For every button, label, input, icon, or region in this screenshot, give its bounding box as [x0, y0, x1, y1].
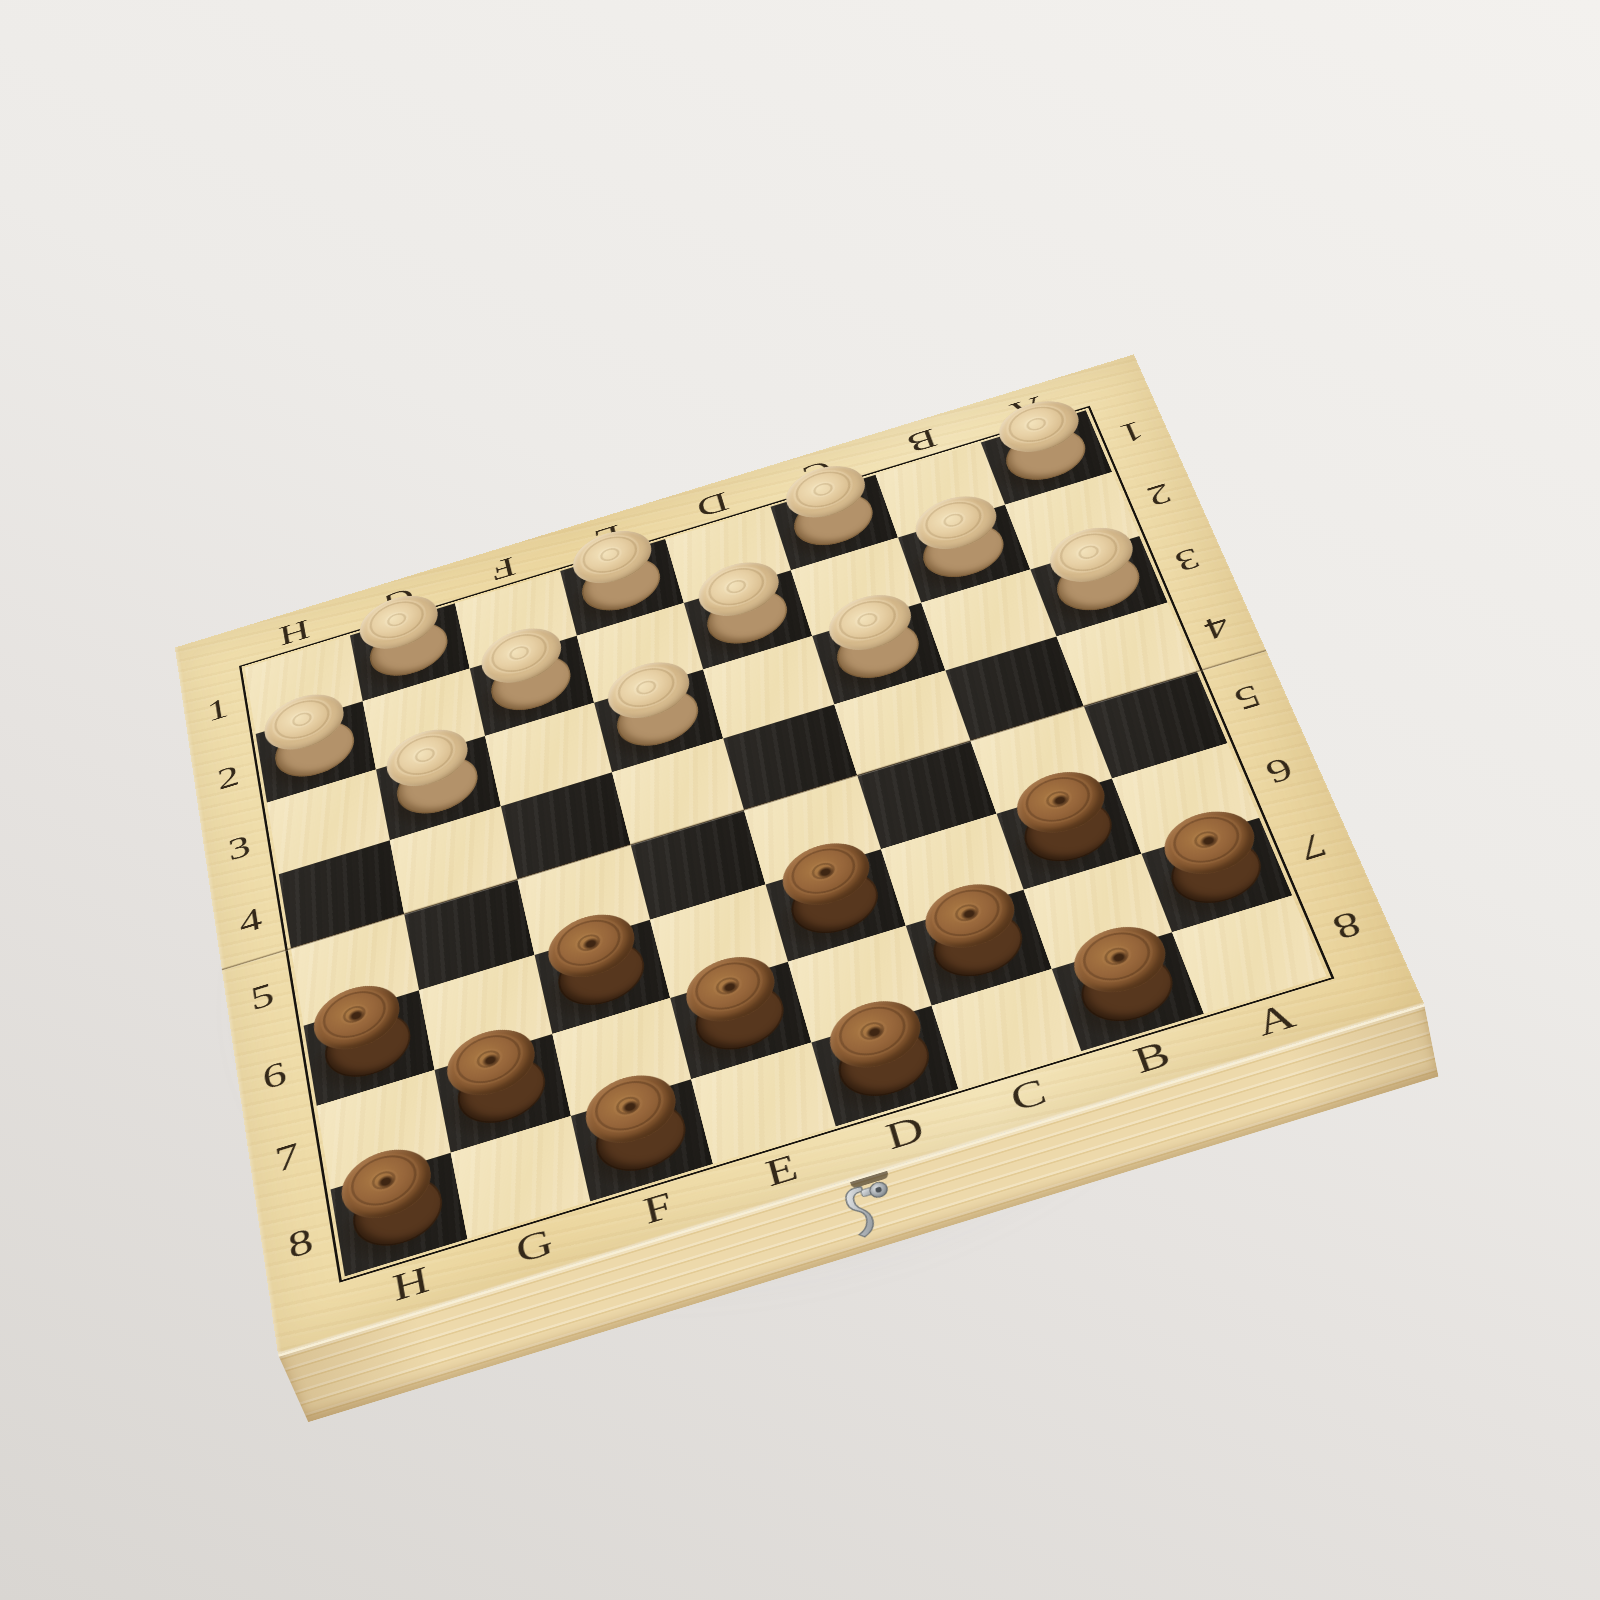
wooden-board-box: ⛀⛀⛀⛀⛀⛀⛀⛀⛀⛀⛀⛀⛂⛂⛂⛂⛂⛂⛂⛂⛂⛂⛂⛂ HHGGFFEEDDCCBBA…: [175, 354, 1424, 1354]
label-file-near-a: A: [1251, 997, 1300, 1041]
label-rank-right-3: 3: [1171, 543, 1204, 576]
checker-black-man-e7[interactable]: ⛂: [689, 978, 791, 1063]
label-rank-left-7: 7: [273, 1137, 302, 1177]
label-file-far-h: H: [277, 615, 312, 650]
checker-white-man-g3[interactable]: ⛀: [393, 750, 483, 825]
label-rank-left-4: 4: [237, 902, 264, 938]
label-file-near-g: G: [513, 1223, 556, 1269]
label-rank-right-2: 2: [1143, 479, 1176, 511]
label-rank-left-8: 8: [286, 1222, 315, 1264]
label-file-far-b: B: [903, 425, 940, 458]
photo-background: { "game": "checkers", "description": "Ov…: [0, 0, 1600, 1600]
label-rank-left-3: 3: [226, 830, 252, 865]
label-rank-left-6: 6: [260, 1056, 288, 1095]
label-file-near-b: B: [1129, 1035, 1174, 1079]
label-rank-left-2: 2: [215, 760, 241, 794]
label-rank-right-4: 4: [1200, 610, 1234, 644]
square-f4[interactable]: [501, 772, 631, 879]
checker-white-man-e3[interactable]: ⛀: [612, 683, 705, 757]
latch-icon: [824, 1171, 912, 1254]
label-rank-left-1: 1: [205, 693, 230, 726]
label-rank-right-1: 1: [1116, 417, 1148, 448]
label-file-far-f: F: [489, 553, 518, 585]
label-file-near-d: D: [882, 1110, 928, 1155]
label-file-near-c: C: [1006, 1073, 1050, 1117]
label-file-near-h: H: [390, 1260, 432, 1306]
label-file-near-f: F: [640, 1186, 676, 1229]
label-rank-left-5: 5: [248, 977, 275, 1015]
label-rank-right-8: 8: [1328, 906, 1366, 945]
scene: ⛀⛀⛀⛀⛀⛀⛀⛀⛀⛀⛀⛀⛂⛂⛂⛂⛂⛂⛂⛂⛂⛂⛂⛂ HHGGFFEEDDCCBBA…: [0, 0, 1600, 1600]
checker-black-man-d6[interactable]: ⛂: [785, 864, 886, 946]
label-rank-right-6: 6: [1261, 752, 1297, 789]
label-file-near-e: E: [762, 1148, 801, 1192]
label-file-far-d: D: [694, 488, 732, 522]
label-rank-right-7: 7: [1294, 827, 1331, 865]
label-rank-right-5: 5: [1230, 680, 1265, 715]
label-file-far-e: E: [592, 521, 624, 554]
